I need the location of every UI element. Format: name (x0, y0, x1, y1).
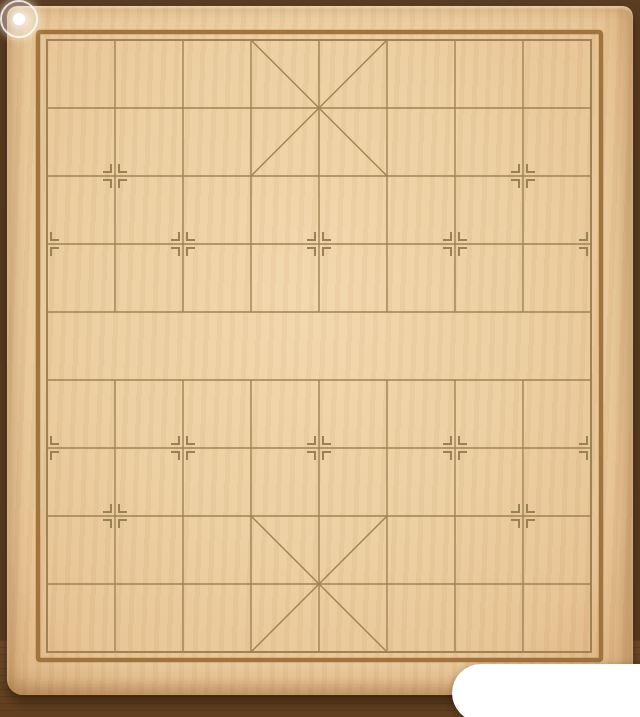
glow-dot (13, 13, 25, 25)
dingpin-logo-icon (468, 672, 508, 714)
last-move-indicator (0, 0, 38, 38)
watermark-badge (452, 664, 640, 717)
xiangqi-game-screen (0, 0, 640, 717)
board-grid[interactable] (0, 0, 640, 717)
